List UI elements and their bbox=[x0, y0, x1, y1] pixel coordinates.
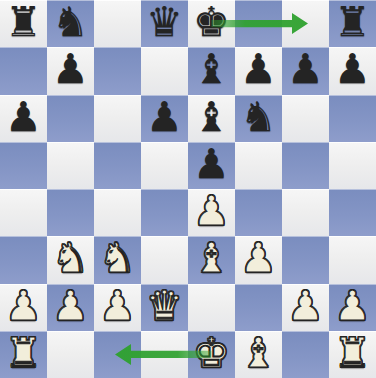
square-a8[interactable]: ♜ bbox=[0, 0, 47, 47]
piece-black-queen[interactable]: ♛ bbox=[146, 2, 183, 43]
square-d3[interactable] bbox=[141, 236, 188, 283]
square-h7[interactable]: ♟ bbox=[329, 47, 376, 94]
square-a4[interactable] bbox=[0, 189, 47, 236]
square-b3[interactable]: ♞ bbox=[47, 236, 94, 283]
square-f6[interactable]: ♞ bbox=[235, 95, 282, 142]
square-d1[interactable] bbox=[141, 331, 188, 378]
square-g1[interactable] bbox=[282, 331, 329, 378]
square-h2[interactable]: ♟ bbox=[329, 284, 376, 331]
square-f1[interactable]: ♝ bbox=[235, 331, 282, 378]
square-c1[interactable] bbox=[94, 331, 141, 378]
square-g2[interactable]: ♟ bbox=[282, 284, 329, 331]
square-f2[interactable] bbox=[235, 284, 282, 331]
piece-white-pawn[interactable]: ♟ bbox=[99, 286, 136, 327]
square-f5[interactable] bbox=[235, 142, 282, 189]
square-e5[interactable]: ♟ bbox=[188, 142, 235, 189]
piece-black-pawn[interactable]: ♟ bbox=[52, 49, 89, 90]
square-b6[interactable] bbox=[47, 95, 94, 142]
square-g5[interactable] bbox=[282, 142, 329, 189]
square-b2[interactable]: ♟ bbox=[47, 284, 94, 331]
square-f3[interactable]: ♟ bbox=[235, 236, 282, 283]
square-g3[interactable] bbox=[282, 236, 329, 283]
piece-white-knight[interactable]: ♞ bbox=[99, 238, 136, 279]
piece-white-pawn[interactable]: ♟ bbox=[287, 286, 324, 327]
square-h3[interactable] bbox=[329, 236, 376, 283]
square-b8[interactable]: ♞ bbox=[47, 0, 94, 47]
square-e1[interactable]: ♚ bbox=[188, 331, 235, 378]
square-d2[interactable]: ♛ bbox=[141, 284, 188, 331]
piece-white-bishop[interactable]: ♝ bbox=[240, 333, 277, 374]
square-b7[interactable]: ♟ bbox=[47, 47, 94, 94]
piece-black-pawn[interactable]: ♟ bbox=[334, 49, 371, 90]
piece-white-queen[interactable]: ♛ bbox=[146, 286, 183, 327]
piece-white-pawn[interactable]: ♟ bbox=[5, 286, 42, 327]
square-b5[interactable] bbox=[47, 142, 94, 189]
square-f4[interactable] bbox=[235, 189, 282, 236]
square-e6[interactable]: ♝ bbox=[188, 95, 235, 142]
square-f7[interactable]: ♟ bbox=[235, 47, 282, 94]
piece-white-pawn[interactable]: ♟ bbox=[334, 286, 371, 327]
square-h8[interactable]: ♜ bbox=[329, 0, 376, 47]
square-c7[interactable] bbox=[94, 47, 141, 94]
square-g7[interactable]: ♟ bbox=[282, 47, 329, 94]
piece-white-pawn[interactable]: ♟ bbox=[240, 238, 277, 279]
square-f8[interactable] bbox=[235, 0, 282, 47]
piece-black-rook[interactable]: ♜ bbox=[5, 2, 42, 43]
piece-white-pawn[interactable]: ♟ bbox=[52, 286, 89, 327]
square-h1[interactable]: ♜ bbox=[329, 331, 376, 378]
piece-black-pawn[interactable]: ♟ bbox=[287, 49, 324, 90]
piece-black-knight[interactable]: ♞ bbox=[240, 97, 277, 138]
piece-black-knight[interactable]: ♞ bbox=[52, 2, 89, 43]
square-h5[interactable] bbox=[329, 142, 376, 189]
square-c5[interactable] bbox=[94, 142, 141, 189]
square-g4[interactable] bbox=[282, 189, 329, 236]
square-b1[interactable] bbox=[47, 331, 94, 378]
piece-black-pawn[interactable]: ♟ bbox=[193, 144, 230, 185]
square-a3[interactable] bbox=[0, 236, 47, 283]
square-e7[interactable]: ♝ bbox=[188, 47, 235, 94]
square-h6[interactable] bbox=[329, 95, 376, 142]
square-d8[interactable]: ♛ bbox=[141, 0, 188, 47]
square-d7[interactable] bbox=[141, 47, 188, 94]
piece-black-king[interactable]: ♚ bbox=[193, 2, 230, 43]
square-c2[interactable]: ♟ bbox=[94, 284, 141, 331]
square-d4[interactable] bbox=[141, 189, 188, 236]
square-a1[interactable]: ♜ bbox=[0, 331, 47, 378]
square-a7[interactable] bbox=[0, 47, 47, 94]
square-c4[interactable] bbox=[94, 189, 141, 236]
square-e8[interactable]: ♚ bbox=[188, 0, 235, 47]
square-c6[interactable] bbox=[94, 95, 141, 142]
piece-black-pawn[interactable]: ♟ bbox=[146, 97, 183, 138]
piece-white-rook[interactable]: ♜ bbox=[334, 333, 371, 374]
piece-white-bishop[interactable]: ♝ bbox=[193, 238, 230, 279]
square-a5[interactable] bbox=[0, 142, 47, 189]
square-c8[interactable] bbox=[94, 0, 141, 47]
square-e2[interactable] bbox=[188, 284, 235, 331]
square-h4[interactable] bbox=[329, 189, 376, 236]
square-c3[interactable]: ♞ bbox=[94, 236, 141, 283]
piece-black-pawn[interactable]: ♟ bbox=[240, 49, 277, 90]
chess-board: ♜♞♛♚♜♟♝♟♟♟♟♟♝♞♟♟♞♞♝♟♟♟♟♛♟♟♜♚♝♜ bbox=[0, 0, 376, 378]
square-a2[interactable]: ♟ bbox=[0, 284, 47, 331]
piece-black-bishop[interactable]: ♝ bbox=[193, 49, 230, 90]
square-g8[interactable] bbox=[282, 0, 329, 47]
square-e4[interactable]: ♟ bbox=[188, 189, 235, 236]
piece-white-pawn[interactable]: ♟ bbox=[193, 191, 230, 232]
square-e3[interactable]: ♝ bbox=[188, 236, 235, 283]
piece-black-pawn[interactable]: ♟ bbox=[5, 97, 42, 138]
square-b4[interactable] bbox=[47, 189, 94, 236]
square-g6[interactable] bbox=[282, 95, 329, 142]
piece-white-knight[interactable]: ♞ bbox=[52, 238, 89, 279]
square-a6[interactable]: ♟ bbox=[0, 95, 47, 142]
piece-white-king[interactable]: ♚ bbox=[193, 333, 230, 374]
square-d6[interactable]: ♟ bbox=[141, 95, 188, 142]
piece-white-rook[interactable]: ♜ bbox=[5, 333, 42, 374]
piece-black-rook[interactable]: ♜ bbox=[334, 2, 371, 43]
square-d5[interactable] bbox=[141, 142, 188, 189]
piece-black-bishop[interactable]: ♝ bbox=[193, 97, 230, 138]
